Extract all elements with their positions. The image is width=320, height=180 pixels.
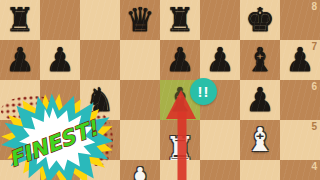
black-p-g6: ♟: [240, 80, 280, 120]
square-d8[interactable]: ♛: [120, 0, 160, 40]
brilliant-move-badge: !!: [190, 78, 217, 105]
square-c7[interactable]: [80, 40, 120, 80]
square-c4[interactable]: [80, 160, 120, 180]
square-e4[interactable]: [160, 160, 200, 180]
rank-label-8: 8: [311, 1, 317, 12]
square-d4[interactable]: ♟: [120, 160, 160, 180]
square-b7[interactable]: ♟: [40, 40, 80, 80]
black-b-g7: ♝: [240, 40, 280, 80]
black-p-a7: ♟: [0, 40, 40, 80]
square-a7[interactable]: ♟: [0, 40, 40, 80]
rank-label-6: 6: [311, 81, 317, 92]
square-h8[interactable]: 8: [280, 0, 320, 40]
black-p-e7: ♟: [160, 40, 200, 80]
square-c6[interactable]: ♞: [80, 80, 120, 120]
square-e8[interactable]: ♜: [160, 0, 200, 40]
square-b6[interactable]: [40, 80, 80, 120]
square-g6[interactable]: ♟: [240, 80, 280, 120]
brilliant-move-label: !!: [198, 83, 210, 100]
square-f5[interactable]: [200, 120, 240, 160]
square-a4[interactable]: [0, 160, 40, 180]
square-a5[interactable]: [0, 120, 40, 160]
rank-label-4: 4: [311, 161, 317, 172]
square-a8[interactable]: ♜: [0, 0, 40, 40]
square-f8[interactable]: [200, 0, 240, 40]
square-c5[interactable]: [80, 120, 120, 160]
square-h5[interactable]: 5: [280, 120, 320, 160]
square-h6[interactable]: 6: [280, 80, 320, 120]
black-k-g8: ♚: [240, 0, 280, 40]
chess-board[interactable]: ♜♛♜♚8♟♟♟♟♝7♟♞♝♟6♜♝5♟4: [0, 0, 320, 180]
square-b5[interactable]: [40, 120, 80, 160]
square-b8[interactable]: [40, 0, 80, 40]
square-c8[interactable]: [80, 0, 120, 40]
square-f7[interactable]: ♟: [200, 40, 240, 80]
black-n-c6: ♞: [80, 80, 120, 120]
square-g5[interactable]: ♝: [240, 120, 280, 160]
square-d6[interactable]: [120, 80, 160, 120]
square-h4[interactable]: 4: [280, 160, 320, 180]
rank-label-5: 5: [311, 121, 317, 132]
square-g8[interactable]: ♚: [240, 0, 280, 40]
black-r-a8: ♜: [0, 0, 40, 40]
white-p-d4: ♟: [120, 160, 160, 180]
square-e5[interactable]: ♜: [160, 120, 200, 160]
white-b-g5: ♝: [240, 120, 280, 160]
black-p-f7: ♟: [200, 40, 240, 80]
square-d5[interactable]: [120, 120, 160, 160]
square-h7[interactable]: 7♟: [280, 40, 320, 80]
square-d7[interactable]: [120, 40, 160, 80]
square-g7[interactable]: ♝: [240, 40, 280, 80]
video-frame: ♜♛♜♚8♟♟♟♟♝7♟♞♝♟6♜♝5♟4 !! FINEST!: [0, 0, 320, 180]
black-p-b7: ♟: [40, 40, 80, 80]
square-b4[interactable]: [40, 160, 80, 180]
black-r-e8: ♜: [160, 0, 200, 40]
black-q-d8: ♛: [120, 0, 160, 40]
square-e7[interactable]: ♟: [160, 40, 200, 80]
square-f4[interactable]: [200, 160, 240, 180]
square-g4[interactable]: [240, 160, 280, 180]
square-a6[interactable]: [0, 80, 40, 120]
rank-label-7: 7: [311, 41, 317, 52]
